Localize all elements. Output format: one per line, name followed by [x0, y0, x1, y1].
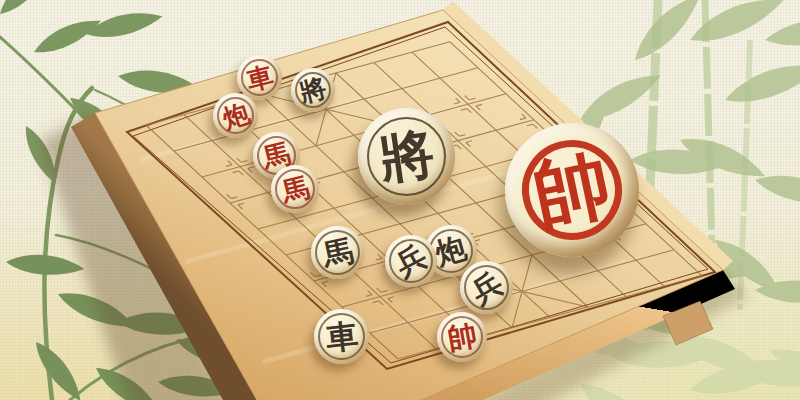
piece-red-general-small[interactable]: 帥	[437, 312, 487, 362]
piece-black-horse[interactable]: 馬	[311, 226, 364, 279]
piece-red-horse-2[interactable]: 馬	[271, 165, 319, 213]
piece-glyph: 車	[324, 319, 359, 354]
piece-glyph: 兵	[391, 241, 432, 282]
piece-black-soldier-1[interactable]: 兵	[385, 235, 437, 287]
piece-glyph: 車	[244, 62, 276, 94]
xiangqi-banner-scene: 車 將 炮 馬 馬 將 馬 炮 兵 兵 車 帥 帥	[0, 0, 800, 400]
piece-black-general-small[interactable]: 將	[291, 68, 335, 112]
piece-glyph: 馬	[279, 173, 312, 206]
piece-glyph: 帥	[445, 320, 479, 354]
piece-glyph: 炮	[219, 99, 252, 132]
piece-glyph: 炮	[432, 232, 469, 269]
piece-glyph: 馬	[320, 235, 356, 271]
piece-glyph: 兵	[466, 267, 507, 308]
piece-glyph: 馬	[260, 139, 293, 172]
piece-black-general-large[interactable]: 將	[358, 108, 455, 205]
piece-red-cannon[interactable]: 炮	[213, 93, 258, 138]
piece-glyph: 將	[297, 74, 329, 106]
piece-glyph: 帥	[527, 145, 617, 235]
piece-red-chariot[interactable]: 車	[237, 55, 282, 100]
piece-glyph: 將	[376, 126, 437, 187]
piece-black-chariot[interactable]: 車	[314, 309, 369, 364]
piece-black-soldier-2[interactable]: 兵	[460, 261, 513, 314]
